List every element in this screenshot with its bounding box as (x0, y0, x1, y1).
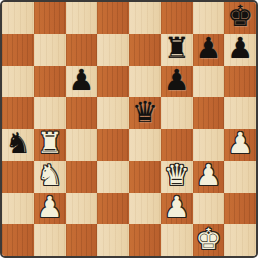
piece-black-pawn-f6: ♟ (164, 66, 190, 95)
square-c7[interactable] (66, 34, 98, 66)
square-e8[interactable] (129, 2, 161, 34)
square-b3[interactable]: ♞ (34, 161, 66, 193)
piece-black-knight-a4: ♞ (5, 129, 31, 158)
square-d7[interactable] (97, 34, 129, 66)
piece-white-pawn-f2: ♟ (164, 193, 190, 222)
square-d8[interactable] (97, 2, 129, 34)
square-b7[interactable] (34, 34, 66, 66)
square-h2[interactable] (224, 193, 256, 225)
square-e7[interactable] (129, 34, 161, 66)
square-g1[interactable]: ♚ (193, 224, 225, 256)
square-f1[interactable] (161, 224, 193, 256)
square-h7[interactable]: ♟ (224, 34, 256, 66)
square-e3[interactable] (129, 161, 161, 193)
square-h1[interactable] (224, 224, 256, 256)
piece-black-king-h8: ♚ (227, 2, 253, 31)
square-d6[interactable] (97, 66, 129, 98)
square-g2[interactable] (193, 193, 225, 225)
square-a3[interactable] (2, 161, 34, 193)
square-g6[interactable] (193, 66, 225, 98)
square-h3[interactable] (224, 161, 256, 193)
square-g7[interactable]: ♟ (193, 34, 225, 66)
square-g8[interactable] (193, 2, 225, 34)
piece-white-pawn-b2: ♟ (37, 193, 63, 222)
square-f2[interactable]: ♟ (161, 193, 193, 225)
square-a5[interactable] (2, 97, 34, 129)
square-e5[interactable]: ♛ (129, 97, 161, 129)
square-c8[interactable] (66, 2, 98, 34)
square-f8[interactable] (161, 2, 193, 34)
square-a6[interactable] (2, 66, 34, 98)
piece-black-queen-e5: ♛ (132, 98, 158, 127)
square-c4[interactable] (66, 129, 98, 161)
square-a8[interactable] (2, 2, 34, 34)
square-c2[interactable] (66, 193, 98, 225)
square-e6[interactable] (129, 66, 161, 98)
piece-black-rook-f7: ♜ (164, 34, 190, 63)
square-f6[interactable]: ♟ (161, 66, 193, 98)
chess-board: ♚♜♟♟♟♟♛♞♜♟♞♛♟♟♟♚ (0, 0, 258, 258)
square-b4[interactable]: ♜ (34, 129, 66, 161)
square-e1[interactable] (129, 224, 161, 256)
square-f5[interactable] (161, 97, 193, 129)
chess-app: ♚♜♟♟♟♟♛♞♜♟♞♛♟♟♟♚ (0, 0, 258, 258)
square-a1[interactable] (2, 224, 34, 256)
square-b5[interactable] (34, 97, 66, 129)
square-h4[interactable]: ♟ (224, 129, 256, 161)
square-f7[interactable]: ♜ (161, 34, 193, 66)
square-b2[interactable]: ♟ (34, 193, 66, 225)
square-d2[interactable] (97, 193, 129, 225)
piece-white-king-g1: ♚ (195, 225, 221, 254)
square-f3[interactable]: ♛ (161, 161, 193, 193)
piece-white-pawn-g3: ♟ (195, 161, 221, 190)
square-c3[interactable] (66, 161, 98, 193)
piece-white-rook-b4: ♜ (37, 129, 63, 158)
square-d4[interactable] (97, 129, 129, 161)
square-c1[interactable] (66, 224, 98, 256)
square-h6[interactable] (224, 66, 256, 98)
square-b8[interactable] (34, 2, 66, 34)
piece-black-pawn-c6: ♟ (68, 66, 94, 95)
piece-black-pawn-h7: ♟ (227, 34, 253, 63)
square-d1[interactable] (97, 224, 129, 256)
piece-white-pawn-h4: ♟ (227, 129, 253, 158)
square-d5[interactable] (97, 97, 129, 129)
square-c6[interactable]: ♟ (66, 66, 98, 98)
piece-white-queen-f3: ♛ (164, 161, 190, 190)
square-g4[interactable] (193, 129, 225, 161)
square-h8[interactable]: ♚ (224, 2, 256, 34)
square-c5[interactable] (66, 97, 98, 129)
square-g3[interactable]: ♟ (193, 161, 225, 193)
square-a7[interactable] (2, 34, 34, 66)
square-h5[interactable] (224, 97, 256, 129)
square-b1[interactable] (34, 224, 66, 256)
square-d3[interactable] (97, 161, 129, 193)
piece-black-pawn-g7: ♟ (195, 34, 221, 63)
square-e2[interactable] (129, 193, 161, 225)
square-e4[interactable] (129, 129, 161, 161)
square-a2[interactable] (2, 193, 34, 225)
piece-white-knight-b3: ♞ (37, 161, 63, 190)
square-g5[interactable] (193, 97, 225, 129)
square-a4[interactable]: ♞ (2, 129, 34, 161)
square-b6[interactable] (34, 66, 66, 98)
square-f4[interactable] (161, 129, 193, 161)
